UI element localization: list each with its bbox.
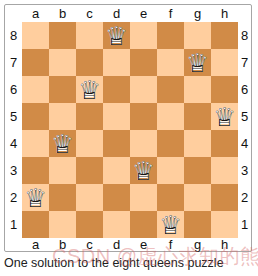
file-label-top-a: a [22, 5, 49, 22]
square-c4 [76, 130, 103, 157]
rank-label-left-2: 2 [5, 184, 22, 211]
square-g7: ♛♕ [184, 49, 211, 76]
file-label-top-b: b [49, 5, 76, 22]
white-queen-outline-icon: ♕ [211, 103, 238, 130]
square-b6 [49, 76, 76, 103]
square-d2 [103, 184, 130, 211]
square-d7 [103, 49, 130, 76]
square-d4 [103, 130, 130, 157]
square-e4 [130, 130, 157, 157]
file-label-top-d: d [103, 5, 130, 22]
square-d6 [103, 76, 130, 103]
square-a2: ♛♕ [22, 184, 49, 211]
file-label-bottom-d: d [103, 238, 130, 251]
white-queen-outline-icon: ♕ [22, 184, 49, 211]
file-label-bottom-b: b [49, 238, 76, 251]
chess-board: abcdefgh8♛♕87♛♕76♛♕65♛♕54♛♕43♛♕32♛♕21♛♕1… [5, 5, 251, 251]
square-c5 [76, 103, 103, 130]
rank-label-left-5: 5 [5, 103, 22, 130]
square-h6 [211, 76, 238, 103]
square-b8 [49, 22, 76, 49]
rank-label-right-8: 8 [238, 22, 251, 49]
rank-label-right-7: 7 [238, 49, 251, 76]
file-label-top-h: h [211, 5, 238, 22]
white-queen-e3: ♛♕ [130, 157, 157, 184]
file-label-bottom-e: e [130, 238, 157, 251]
white-queen-outline-icon: ♕ [157, 211, 184, 238]
white-queen-outline-icon: ♕ [103, 22, 130, 49]
square-g2 [184, 184, 211, 211]
square-h5: ♛♕ [211, 103, 238, 130]
square-a3 [22, 157, 49, 184]
square-c7 [76, 49, 103, 76]
square-e3: ♛♕ [130, 157, 157, 184]
white-queen-b4: ♛♕ [49, 130, 76, 157]
square-g8 [184, 22, 211, 49]
square-h7 [211, 49, 238, 76]
rank-label-right-2: 2 [238, 184, 251, 211]
square-e7 [130, 49, 157, 76]
white-queen-outline-icon: ♕ [49, 130, 76, 157]
square-d5 [103, 103, 130, 130]
white-queen-outline-icon: ♕ [76, 76, 103, 103]
square-a6 [22, 76, 49, 103]
white-queen-outline-icon: ♕ [130, 157, 157, 184]
file-label-top-e: e [130, 5, 157, 22]
square-g1 [184, 211, 211, 238]
square-h3 [211, 157, 238, 184]
square-f3 [157, 157, 184, 184]
square-c8 [76, 22, 103, 49]
square-b3 [49, 157, 76, 184]
white-queen-g7: ♛♕ [184, 49, 211, 76]
square-c3 [76, 157, 103, 184]
corner-top-left [5, 5, 22, 22]
square-h4 [211, 130, 238, 157]
square-h1 [211, 211, 238, 238]
square-b5 [49, 103, 76, 130]
square-e2 [130, 184, 157, 211]
square-b4: ♛♕ [49, 130, 76, 157]
file-label-top-c: c [76, 5, 103, 22]
white-queen-c6: ♛♕ [76, 76, 103, 103]
square-a7 [22, 49, 49, 76]
square-a1 [22, 211, 49, 238]
rank-label-right-6: 6 [238, 76, 251, 103]
square-g3 [184, 157, 211, 184]
white-queen-d8: ♛♕ [103, 22, 130, 49]
rank-label-right-5: 5 [238, 103, 251, 130]
white-queen-a2: ♛♕ [22, 184, 49, 211]
rank-label-left-6: 6 [5, 76, 22, 103]
square-b1 [49, 211, 76, 238]
square-f5 [157, 103, 184, 130]
square-a5 [22, 103, 49, 130]
square-a4 [22, 130, 49, 157]
square-c2 [76, 184, 103, 211]
white-queen-outline-icon: ♕ [184, 49, 211, 76]
square-c6: ♛♕ [76, 76, 103, 103]
rank-label-left-1: 1 [5, 211, 22, 238]
square-f2 [157, 184, 184, 211]
rank-label-left-7: 7 [5, 49, 22, 76]
file-label-bottom-a: a [22, 238, 49, 251]
square-g5 [184, 103, 211, 130]
file-label-bottom-h: h [211, 238, 238, 251]
square-d3 [103, 157, 130, 184]
square-f7 [157, 49, 184, 76]
square-e8 [130, 22, 157, 49]
white-queen-f1: ♛♕ [157, 211, 184, 238]
square-g6 [184, 76, 211, 103]
rank-label-left-4: 4 [5, 130, 22, 157]
square-f1: ♛♕ [157, 211, 184, 238]
square-e1 [130, 211, 157, 238]
corner-bottom-left [5, 238, 22, 251]
square-c1 [76, 211, 103, 238]
square-a8 [22, 22, 49, 49]
corner-bottom-right [238, 238, 251, 251]
white-queen-h5: ♛♕ [211, 103, 238, 130]
square-b7 [49, 49, 76, 76]
square-d8: ♛♕ [103, 22, 130, 49]
square-e6 [130, 76, 157, 103]
rank-label-right-1: 1 [238, 211, 251, 238]
square-e5 [130, 103, 157, 130]
file-label-top-g: g [184, 5, 211, 22]
square-h2 [211, 184, 238, 211]
diagram-caption: One solution to the eight queens puzzle [4, 256, 224, 270]
square-f4 [157, 130, 184, 157]
file-label-bottom-c: c [76, 238, 103, 251]
square-f6 [157, 76, 184, 103]
rank-label-left-8: 8 [5, 22, 22, 49]
rank-label-left-3: 3 [5, 157, 22, 184]
file-label-top-f: f [157, 5, 184, 22]
file-label-bottom-g: g [184, 238, 211, 251]
corner-top-right [238, 5, 251, 22]
square-b2 [49, 184, 76, 211]
rank-label-right-4: 4 [238, 130, 251, 157]
chess-diagram-frame: abcdefgh8♛♕87♛♕76♛♕65♛♕54♛♕43♛♕32♛♕21♛♕1… [4, 4, 252, 252]
square-h8 [211, 22, 238, 49]
square-d1 [103, 211, 130, 238]
square-f8 [157, 22, 184, 49]
rank-label-right-3: 3 [238, 157, 251, 184]
square-g4 [184, 130, 211, 157]
